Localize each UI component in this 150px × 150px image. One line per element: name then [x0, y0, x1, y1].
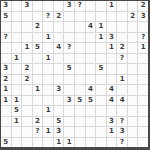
cell-r7c2-clue[interactable]: 2 [22, 75, 32, 85]
cell-r5c10[interactable] [107, 54, 117, 64]
cell-r12c7[interactable] [75, 127, 85, 137]
cell-r2c0[interactable] [1, 22, 11, 32]
cell-r12c9[interactable] [96, 127, 106, 137]
cell-r1c12-clue[interactable]: 2 [128, 12, 138, 22]
cell-r9c5[interactable] [54, 96, 64, 106]
cell-r0c3[interactable] [33, 1, 43, 11]
cell-r9c6-clue[interactable]: 3 [64, 96, 74, 106]
cell-r8c6[interactable] [64, 85, 74, 95]
mosaic-puzzle-board: 333?125?223241?113?154?12111?32552211134… [0, 0, 150, 150]
cell-r9c7-clue[interactable]: 5 [75, 96, 85, 106]
cell-r2c10[interactable] [107, 22, 117, 32]
cell-r13c3[interactable] [33, 138, 43, 148]
cell-r13c10[interactable] [107, 138, 117, 148]
cell-r8c8-clue[interactable]: 4 [86, 85, 96, 95]
cell-r3c8[interactable] [86, 33, 96, 43]
cell-r9c10-clue[interactable]: 4 [107, 96, 117, 106]
cell-r10c13[interactable] [138, 106, 148, 116]
cell-r3c5[interactable] [54, 33, 64, 43]
cell-r6c8[interactable] [86, 64, 96, 74]
cell-r0c11[interactable] [117, 1, 127, 11]
cell-r0c10-clue[interactable]: 1 [107, 1, 117, 11]
cell-r13c8[interactable] [86, 138, 96, 148]
cell-r13c7[interactable] [75, 138, 85, 148]
cell-r10c12[interactable] [128, 106, 138, 116]
cell-r5c5[interactable] [54, 54, 64, 64]
cell-r8c7[interactable] [75, 85, 85, 95]
cell-r2c12[interactable] [128, 22, 138, 32]
cell-r11c1-clue[interactable]: 1 [12, 117, 22, 127]
cell-r1c5-clue[interactable]: 2 [54, 12, 64, 22]
cell-r5c8[interactable] [86, 54, 96, 64]
cell-r5c3[interactable] [33, 54, 43, 64]
cell-r4c5-clue[interactable]: 4 [54, 43, 64, 53]
cell-r12c0[interactable] [1, 127, 11, 137]
cell-r3c3[interactable] [33, 33, 43, 43]
cell-r9c11-clue[interactable]: 4 [117, 96, 127, 106]
cell-r7c10[interactable] [107, 75, 117, 85]
cell-r12c3-clue[interactable]: ? [33, 127, 43, 137]
cell-r1c6[interactable] [64, 12, 74, 22]
cell-r7c12[interactable] [128, 75, 138, 85]
cell-r10c3[interactable] [33, 106, 43, 116]
cell-r0c2-clue[interactable]: 3 [22, 1, 32, 11]
cell-r11c8[interactable] [86, 117, 96, 127]
cell-r11c3-clue[interactable]: 2 [33, 117, 43, 127]
cell-r0c7-clue[interactable]: ? [75, 1, 85, 11]
cell-r4c11-clue[interactable]: 2 [117, 43, 127, 53]
cell-r12c10-clue[interactable]: 1 [107, 127, 117, 137]
cell-r9c3[interactable] [33, 96, 43, 106]
cell-r0c1[interactable] [12, 1, 22, 11]
cell-r5c11-clue[interactable]: ? [117, 54, 127, 64]
cell-r5c13[interactable] [138, 54, 148, 64]
cell-r11c10-clue[interactable]: 3 [107, 117, 117, 127]
cell-r3c11[interactable] [117, 33, 127, 43]
cell-r1c9[interactable] [96, 12, 106, 22]
cell-r0c8[interactable] [86, 1, 96, 11]
cell-r1c7[interactable] [75, 12, 85, 22]
cell-r9c4[interactable] [43, 96, 53, 106]
cell-r9c1-clue[interactable]: 1 [12, 96, 22, 106]
cell-r8c9[interactable] [96, 85, 106, 95]
cell-r4c12[interactable] [128, 43, 138, 53]
cell-r2c1[interactable] [12, 22, 22, 32]
cell-r10c10[interactable] [107, 106, 117, 116]
cell-r9c13[interactable] [138, 96, 148, 106]
cell-r4c10-clue[interactable]: 1 [107, 43, 117, 53]
cell-r5c1-clue[interactable]: 1 [12, 54, 22, 64]
cell-r8c0-clue[interactable]: 1 [1, 85, 11, 95]
cell-r9c2[interactable] [22, 96, 32, 106]
cell-r3c12[interactable] [128, 33, 138, 43]
cell-r4c9[interactable] [96, 43, 106, 53]
cell-r5c6[interactable] [64, 54, 74, 64]
cell-r7c13[interactable] [138, 75, 148, 85]
cell-r3c10-clue[interactable]: 3 [107, 33, 117, 43]
cell-r12c13[interactable] [138, 127, 148, 137]
cell-r5c9[interactable] [96, 54, 106, 64]
cell-r4c7[interactable] [75, 43, 85, 53]
cell-r5c7[interactable] [75, 54, 85, 64]
cell-r13c1[interactable] [12, 138, 22, 148]
cell-r6c10[interactable] [107, 64, 117, 74]
cell-r2c4[interactable] [43, 22, 53, 32]
cell-r7c1[interactable] [12, 75, 22, 85]
cell-r13c5-clue[interactable]: 1 [54, 138, 64, 148]
cell-r4c3-clue[interactable]: 5 [33, 43, 43, 53]
cell-r7c3[interactable] [33, 75, 43, 85]
cell-r1c0-clue[interactable]: 5 [1, 12, 11, 22]
cell-r11c11-clue[interactable]: ? [117, 117, 127, 127]
cell-r10c5[interactable] [54, 106, 64, 116]
cell-r10c4-clue[interactable]: 1 [43, 106, 53, 116]
cell-r4c13-clue[interactable]: 1 [138, 43, 148, 53]
cell-r2c7[interactable] [75, 22, 85, 32]
cell-r11c12[interactable] [128, 117, 138, 127]
cell-r12c4-clue[interactable]: 1 [43, 127, 53, 137]
cell-r5c2[interactable] [22, 54, 32, 64]
cell-r7c6[interactable] [64, 75, 74, 85]
cell-r2c2[interactable] [22, 22, 32, 32]
cell-r11c2[interactable] [22, 117, 32, 127]
cell-r2c11[interactable] [117, 22, 127, 32]
cell-r8c13[interactable] [138, 85, 148, 95]
cell-r6c4[interactable] [43, 64, 53, 74]
cell-r1c11[interactable] [117, 12, 127, 22]
cell-r1c2[interactable] [22, 12, 32, 22]
cell-r3c7[interactable] [75, 33, 85, 43]
cell-r5c4-clue[interactable]: 1 [43, 54, 53, 64]
cell-r3c9-clue[interactable]: 1 [96, 33, 106, 43]
cell-r3c1[interactable] [12, 33, 22, 43]
cell-r9c12[interactable] [128, 96, 138, 106]
cell-r1c4-clue[interactable]: ? [43, 12, 53, 22]
cell-r2c13[interactable] [138, 22, 148, 32]
cell-r13c11-clue[interactable]: ? [117, 138, 127, 148]
cell-r10c8[interactable] [86, 106, 96, 116]
cell-r2c3-clue[interactable]: 2 [33, 22, 43, 32]
cell-r4c8[interactable] [86, 43, 96, 53]
cell-r6c0-clue[interactable]: 3 [1, 64, 11, 74]
cell-r7c0-clue[interactable]: 2 [1, 75, 11, 85]
cell-r13c13[interactable] [138, 138, 148, 148]
cell-r8c12[interactable] [128, 85, 138, 95]
cell-r10c0[interactable] [1, 106, 11, 116]
cell-r13c6-clue[interactable]: 1 [64, 138, 74, 148]
cell-r10c6[interactable] [64, 106, 74, 116]
cell-r8c4[interactable] [43, 85, 53, 95]
cell-r12c8[interactable] [86, 127, 96, 137]
cell-r6c5[interactable] [54, 64, 64, 74]
cell-r2c6[interactable] [64, 22, 74, 32]
cell-r0c13-clue[interactable]: 2 [138, 1, 148, 11]
cell-r0c12[interactable] [128, 1, 138, 11]
cell-r9c0-clue[interactable]: 1 [1, 96, 11, 106]
cell-r4c6-clue[interactable]: ? [64, 43, 74, 53]
cell-r5c0[interactable] [1, 54, 11, 64]
cell-r6c6-clue[interactable]: 5 [64, 64, 74, 74]
cell-r10c7[interactable] [75, 106, 85, 116]
cell-r8c11[interactable] [117, 85, 127, 95]
cell-r7c7[interactable] [75, 75, 85, 85]
cell-r8c10-clue[interactable]: 4 [107, 85, 117, 95]
cell-r7c5[interactable] [54, 75, 64, 85]
cell-r10c11[interactable] [117, 106, 127, 116]
cell-r6c7[interactable] [75, 64, 85, 74]
cell-r1c1[interactable] [12, 12, 22, 22]
cell-r13c12[interactable] [128, 138, 138, 148]
cell-r6c2-clue[interactable]: 2 [22, 64, 32, 74]
cell-r11c4[interactable] [43, 117, 53, 127]
cell-r12c11-clue[interactable]: 3 [117, 127, 127, 137]
cell-r3c2[interactable] [22, 33, 32, 43]
cell-r7c4[interactable] [43, 75, 53, 85]
cell-r12c6[interactable] [64, 127, 74, 137]
cell-r0c4[interactable] [43, 1, 53, 11]
cell-r6c3[interactable] [33, 64, 43, 74]
cell-r8c2[interactable] [22, 85, 32, 95]
cell-r6c9-clue[interactable]: 5 [96, 64, 106, 74]
cell-r10c2[interactable] [22, 106, 32, 116]
cell-r12c5-clue[interactable]: 3 [54, 127, 64, 137]
cell-r0c6-clue[interactable]: 3 [64, 1, 74, 11]
cell-r3c4-clue[interactable]: 1 [43, 33, 53, 43]
cell-r10c1-clue[interactable]: 5 [12, 106, 22, 116]
cell-r1c10[interactable] [107, 12, 117, 22]
cell-r1c3[interactable] [33, 12, 43, 22]
cell-r3c13-clue[interactable]: ? [138, 33, 148, 43]
cell-r11c13[interactable] [138, 117, 148, 127]
cell-r11c0[interactable] [1, 117, 11, 127]
cell-r8c1[interactable] [12, 85, 22, 95]
cell-r4c0[interactable] [1, 43, 11, 53]
cell-r1c13-clue[interactable]: 3 [138, 12, 148, 22]
cell-r0c9[interactable] [96, 1, 106, 11]
cell-r4c1[interactable] [12, 43, 22, 53]
cell-r12c12[interactable] [128, 127, 138, 137]
cell-r6c1[interactable] [12, 64, 22, 74]
cell-r11c6[interactable] [64, 117, 74, 127]
cell-r0c5[interactable] [54, 1, 64, 11]
cell-r7c9[interactable] [96, 75, 106, 85]
cell-r12c1[interactable] [12, 127, 22, 137]
cell-r6c12[interactable] [128, 64, 138, 74]
cell-r13c0-clue[interactable]: 5 [1, 138, 11, 148]
cell-r0c0-clue[interactable]: 3 [1, 1, 11, 11]
cell-r11c7[interactable] [75, 117, 85, 127]
cell-r7c8[interactable] [86, 75, 96, 85]
cell-r13c2[interactable] [22, 138, 32, 148]
cell-r6c11[interactable] [117, 64, 127, 74]
cell-r2c5[interactable] [54, 22, 64, 32]
cell-r11c5-clue[interactable]: 5 [54, 117, 64, 127]
cell-r4c2-clue[interactable]: 1 [22, 43, 32, 53]
cell-r5c12[interactable] [128, 54, 138, 64]
cell-r2c9-clue[interactable]: 1 [96, 22, 106, 32]
cell-r4c4[interactable] [43, 43, 53, 53]
cell-r7c11-clue[interactable]: 1 [117, 75, 127, 85]
cell-r9c9[interactable] [96, 96, 106, 106]
cell-r6c13[interactable] [138, 64, 148, 74]
cell-r12c2[interactable] [22, 127, 32, 137]
cell-r13c9[interactable] [96, 138, 106, 148]
cell-r3c0-clue[interactable]: ? [1, 33, 11, 43]
cell-r2c8-clue[interactable]: 4 [86, 22, 96, 32]
cell-r8c3-clue[interactable]: 1 [33, 85, 43, 95]
cell-r10c9[interactable] [96, 106, 106, 116]
cell-r8c5-clue[interactable]: 3 [54, 85, 64, 95]
cell-r11c9[interactable] [96, 117, 106, 127]
cell-r9c8-clue[interactable]: 5 [86, 96, 96, 106]
cell-r3c6[interactable] [64, 33, 74, 43]
cell-r13c4[interactable] [43, 138, 53, 148]
cell-r1c8[interactable] [86, 12, 96, 22]
